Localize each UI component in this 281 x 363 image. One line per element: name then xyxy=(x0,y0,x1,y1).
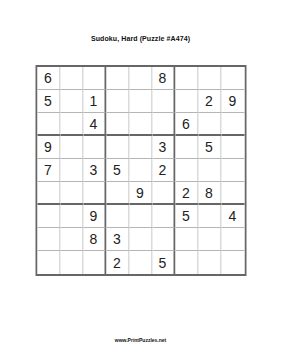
cell-r5c4[interactable]: 5 xyxy=(106,159,129,182)
cell-r1c3[interactable] xyxy=(83,67,106,90)
cell-r7c3[interactable]: 9 xyxy=(83,205,106,228)
cell-r8c1[interactable] xyxy=(37,228,60,251)
printable-sudoku-page: Sudoku, Hard (Puzzle #A474) 685129469357… xyxy=(0,0,281,363)
cell-r4c2[interactable] xyxy=(60,136,83,159)
cell-r1c5[interactable] xyxy=(129,67,152,90)
cell-r1c4[interactable] xyxy=(106,67,129,90)
cell-r3c5[interactable] xyxy=(129,113,152,136)
cell-r4c5[interactable] xyxy=(129,136,152,159)
cell-r4c3[interactable] xyxy=(83,136,106,159)
cell-r6c7[interactable]: 2 xyxy=(175,182,198,205)
cell-r5c1[interactable]: 7 xyxy=(37,159,60,182)
cell-r7c8[interactable] xyxy=(198,205,221,228)
cell-r3c7[interactable]: 6 xyxy=(175,113,198,136)
puzzle-title: Sudoku, Hard (Puzzle #A474) xyxy=(0,35,281,42)
cell-r5c7[interactable] xyxy=(175,159,198,182)
cell-r7c6[interactable] xyxy=(152,205,175,228)
sudoku-grid: 6851294693573529289548325 xyxy=(35,65,246,276)
cell-r2c9[interactable]: 9 xyxy=(221,90,244,113)
cell-r8c4[interactable]: 3 xyxy=(106,228,129,251)
cell-r2c6[interactable] xyxy=(152,90,175,113)
cell-r4c4[interactable] xyxy=(106,136,129,159)
cell-r9c9[interactable] xyxy=(221,251,244,274)
cell-r9c4[interactable]: 2 xyxy=(106,251,129,274)
cell-r5c2[interactable] xyxy=(60,159,83,182)
grid-wrapper: 6851294693573529289548325 xyxy=(35,65,246,276)
cell-r4c1[interactable]: 9 xyxy=(37,136,60,159)
cell-r7c7[interactable]: 5 xyxy=(175,205,198,228)
cell-r2c4[interactable] xyxy=(106,90,129,113)
cell-r6c6[interactable] xyxy=(152,182,175,205)
cell-r9c7[interactable] xyxy=(175,251,198,274)
cell-r2c3[interactable]: 1 xyxy=(83,90,106,113)
cell-r9c1[interactable] xyxy=(37,251,60,274)
cell-r9c6[interactable]: 5 xyxy=(152,251,175,274)
cell-r1c2[interactable] xyxy=(60,67,83,90)
cell-r7c5[interactable] xyxy=(129,205,152,228)
cell-r2c1[interactable]: 5 xyxy=(37,90,60,113)
cell-r6c2[interactable] xyxy=(60,182,83,205)
cell-r3c1[interactable] xyxy=(37,113,60,136)
cell-r8c3[interactable]: 8 xyxy=(83,228,106,251)
cell-r4c8[interactable]: 5 xyxy=(198,136,221,159)
cell-r3c2[interactable] xyxy=(60,113,83,136)
cell-r9c8[interactable] xyxy=(198,251,221,274)
cell-r3c3[interactable]: 4 xyxy=(83,113,106,136)
cell-r4c7[interactable] xyxy=(175,136,198,159)
cell-r8c9[interactable] xyxy=(221,228,244,251)
cell-r1c9[interactable] xyxy=(221,67,244,90)
cell-r6c3[interactable] xyxy=(83,182,106,205)
cell-r9c3[interactable] xyxy=(83,251,106,274)
cell-r5c6[interactable]: 2 xyxy=(152,159,175,182)
cell-r4c6[interactable]: 3 xyxy=(152,136,175,159)
cell-r7c1[interactable] xyxy=(37,205,60,228)
cell-r6c1[interactable] xyxy=(37,182,60,205)
cell-r1c7[interactable] xyxy=(175,67,198,90)
cell-r3c8[interactable] xyxy=(198,113,221,136)
cell-r3c6[interactable] xyxy=(152,113,175,136)
cell-r9c2[interactable] xyxy=(60,251,83,274)
cell-r6c4[interactable] xyxy=(106,182,129,205)
cell-r7c2[interactable] xyxy=(60,205,83,228)
cell-r8c6[interactable] xyxy=(152,228,175,251)
cell-r1c1[interactable]: 6 xyxy=(37,67,60,90)
cell-r6c8[interactable]: 8 xyxy=(198,182,221,205)
footer-url: www.PrintPuzzles.net xyxy=(0,337,281,343)
cell-r2c5[interactable] xyxy=(129,90,152,113)
cell-r8c8[interactable] xyxy=(198,228,221,251)
cell-r1c6[interactable]: 8 xyxy=(152,67,175,90)
cell-r5c5[interactable] xyxy=(129,159,152,182)
cell-r3c4[interactable] xyxy=(106,113,129,136)
cell-r2c8[interactable]: 2 xyxy=(198,90,221,113)
cell-r8c5[interactable] xyxy=(129,228,152,251)
cell-r6c9[interactable] xyxy=(221,182,244,205)
cell-r3c9[interactable] xyxy=(221,113,244,136)
cell-r6c5[interactable]: 9 xyxy=(129,182,152,205)
cell-r5c9[interactable] xyxy=(221,159,244,182)
cell-r9c5[interactable] xyxy=(129,251,152,274)
cell-r5c8[interactable] xyxy=(198,159,221,182)
cell-r8c7[interactable] xyxy=(175,228,198,251)
cell-r2c2[interactable] xyxy=(60,90,83,113)
cell-r8c2[interactable] xyxy=(60,228,83,251)
cell-r7c9[interactable]: 4 xyxy=(221,205,244,228)
cell-r5c3[interactable]: 3 xyxy=(83,159,106,182)
cell-r4c9[interactable] xyxy=(221,136,244,159)
cell-r7c4[interactable] xyxy=(106,205,129,228)
cell-r1c8[interactable] xyxy=(198,67,221,90)
cell-r2c7[interactable] xyxy=(175,90,198,113)
